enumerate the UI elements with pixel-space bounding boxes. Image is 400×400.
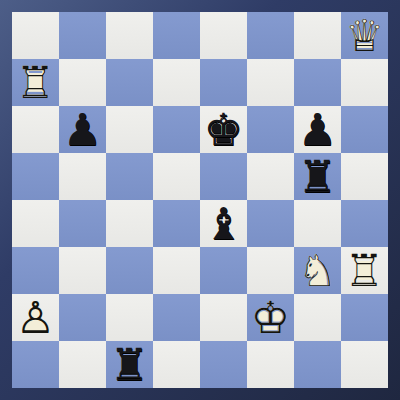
square-g5[interactable]: ♜ (294, 153, 341, 200)
square-e1[interactable] (200, 341, 247, 388)
square-f3[interactable] (247, 247, 294, 294)
square-c3[interactable] (106, 247, 153, 294)
white-rook-outline-glyph: ♖ (341, 247, 388, 294)
square-e5[interactable] (200, 153, 247, 200)
square-a7[interactable]: ♜♖ (12, 59, 59, 106)
square-c6[interactable] (106, 106, 153, 153)
square-f1[interactable] (247, 341, 294, 388)
square-d8[interactable] (153, 12, 200, 59)
square-g8[interactable] (294, 12, 341, 59)
square-g1[interactable] (294, 341, 341, 388)
piece-black-pawn[interactable]: ♟ (59, 106, 106, 153)
square-c2[interactable] (106, 294, 153, 341)
square-d1[interactable] (153, 341, 200, 388)
square-f6[interactable] (247, 106, 294, 153)
white-knight-outline-glyph: ♘ (294, 247, 341, 294)
square-h8[interactable]: ♛♕ (341, 12, 388, 59)
square-a8[interactable] (12, 12, 59, 59)
square-a4[interactable] (12, 200, 59, 247)
square-b4[interactable] (59, 200, 106, 247)
piece-black-rook[interactable]: ♜ (294, 153, 341, 200)
square-b7[interactable] (59, 59, 106, 106)
white-rook-outline-glyph: ♖ (12, 59, 59, 106)
square-d2[interactable] (153, 294, 200, 341)
piece-black-rook[interactable]: ♜ (106, 341, 153, 388)
square-h1[interactable] (341, 341, 388, 388)
square-f4[interactable] (247, 200, 294, 247)
square-a2[interactable]: ♟♙ (12, 294, 59, 341)
square-b6[interactable]: ♟ (59, 106, 106, 153)
piece-white-rook[interactable]: ♜♖ (341, 247, 388, 294)
square-e8[interactable] (200, 12, 247, 59)
square-f2[interactable]: ♚♔ (247, 294, 294, 341)
black-pawn-glyph: ♟ (59, 106, 106, 153)
square-e7[interactable] (200, 59, 247, 106)
piece-black-king[interactable]: ♚ (200, 106, 247, 153)
square-b2[interactable] (59, 294, 106, 341)
square-h7[interactable] (341, 59, 388, 106)
square-g7[interactable] (294, 59, 341, 106)
square-f5[interactable] (247, 153, 294, 200)
board-frame: ♛♕♜♖♟♚♟♜♝♞♘♜♖♟♙♚♔♜ (0, 0, 400, 400)
white-king-outline-glyph: ♔ (247, 294, 294, 341)
square-g3[interactable]: ♞♘ (294, 247, 341, 294)
white-queen-outline-glyph: ♕ (341, 12, 388, 59)
black-king-glyph: ♚ (200, 106, 247, 153)
square-f7[interactable] (247, 59, 294, 106)
piece-black-pawn[interactable]: ♟ (294, 106, 341, 153)
square-a6[interactable] (12, 106, 59, 153)
square-b3[interactable] (59, 247, 106, 294)
piece-white-pawn[interactable]: ♟♙ (12, 294, 59, 341)
square-g2[interactable] (294, 294, 341, 341)
black-rook-glyph: ♜ (106, 341, 153, 388)
square-d3[interactable] (153, 247, 200, 294)
square-c5[interactable] (106, 153, 153, 200)
square-b5[interactable] (59, 153, 106, 200)
square-h3[interactable]: ♜♖ (341, 247, 388, 294)
square-c1[interactable]: ♜ (106, 341, 153, 388)
square-e3[interactable] (200, 247, 247, 294)
square-g6[interactable]: ♟ (294, 106, 341, 153)
square-c4[interactable] (106, 200, 153, 247)
square-a5[interactable] (12, 153, 59, 200)
square-d7[interactable] (153, 59, 200, 106)
piece-white-knight[interactable]: ♞♘ (294, 247, 341, 294)
square-h2[interactable] (341, 294, 388, 341)
square-g4[interactable] (294, 200, 341, 247)
black-bishop-glyph: ♝ (200, 200, 247, 247)
square-f8[interactable] (247, 12, 294, 59)
black-rook-glyph: ♜ (294, 153, 341, 200)
square-h6[interactable] (341, 106, 388, 153)
square-e4[interactable]: ♝ (200, 200, 247, 247)
square-d4[interactable] (153, 200, 200, 247)
square-e6[interactable]: ♚ (200, 106, 247, 153)
piece-white-rook[interactable]: ♜♖ (12, 59, 59, 106)
piece-white-queen[interactable]: ♛♕ (341, 12, 388, 59)
square-c8[interactable] (106, 12, 153, 59)
square-b1[interactable] (59, 341, 106, 388)
white-pawn-outline-glyph: ♙ (12, 294, 59, 341)
piece-black-bishop[interactable]: ♝ (200, 200, 247, 247)
chess-board: ♛♕♜♖♟♚♟♜♝♞♘♜♖♟♙♚♔♜ (12, 12, 388, 388)
square-c7[interactable] (106, 59, 153, 106)
square-h4[interactable] (341, 200, 388, 247)
square-a1[interactable] (12, 341, 59, 388)
square-d6[interactable] (153, 106, 200, 153)
black-pawn-glyph: ♟ (294, 106, 341, 153)
square-e2[interactable] (200, 294, 247, 341)
square-h5[interactable] (341, 153, 388, 200)
square-d5[interactable] (153, 153, 200, 200)
square-a3[interactable] (12, 247, 59, 294)
piece-white-king[interactable]: ♚♔ (247, 294, 294, 341)
square-b8[interactable] (59, 12, 106, 59)
